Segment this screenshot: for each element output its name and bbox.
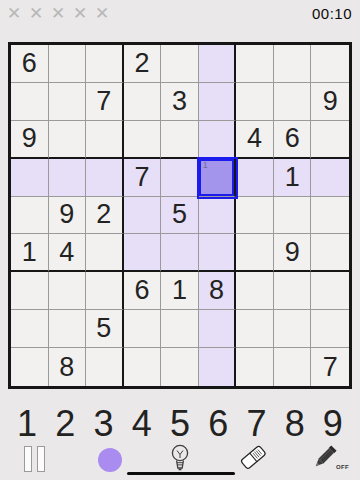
cell-r5c6[interactable] bbox=[199, 197, 237, 235]
cell-r2c3[interactable]: 7 bbox=[86, 83, 124, 121]
numpad-button-2[interactable]: 2 bbox=[46, 404, 84, 444]
numpad-button-8[interactable]: 8 bbox=[276, 404, 314, 444]
cell-value: 7 bbox=[323, 352, 338, 383]
cell-r2c7[interactable] bbox=[236, 83, 274, 121]
cell-r7c8[interactable] bbox=[274, 272, 312, 310]
cell-r3c5[interactable] bbox=[161, 121, 199, 159]
cell-r7c3[interactable] bbox=[86, 272, 124, 310]
cell-r5c1[interactable] bbox=[11, 197, 49, 235]
cell-r4c7[interactable] bbox=[236, 159, 274, 197]
mistake-x-icon: ✕ bbox=[51, 4, 65, 24]
number-pad: 123456789 bbox=[8, 404, 352, 444]
cell-r8c4[interactable] bbox=[124, 310, 162, 348]
cell-r6c1[interactable]: 1 bbox=[11, 234, 49, 272]
cell-r4c1[interactable] bbox=[11, 159, 49, 197]
cell-r2c2[interactable] bbox=[49, 83, 87, 121]
cell-r2c6[interactable] bbox=[199, 83, 237, 121]
cell-value: 5 bbox=[96, 313, 111, 344]
cell-value: 7 bbox=[134, 162, 149, 193]
cell-value: 4 bbox=[59, 237, 74, 268]
pencil-mark: 1 bbox=[203, 160, 208, 171]
cell-value: 6 bbox=[22, 48, 37, 79]
cell-r4c9[interactable] bbox=[311, 159, 349, 197]
cell-r6c7[interactable] bbox=[236, 234, 274, 272]
cell-r3c7[interactable]: 4 bbox=[236, 121, 274, 159]
cell-value: 9 bbox=[59, 199, 74, 230]
cell-value: 6 bbox=[285, 123, 300, 154]
cell-value: 1 bbox=[172, 275, 187, 306]
cell-r5c9[interactable] bbox=[311, 197, 349, 235]
cell-r9c9[interactable]: 7 bbox=[311, 348, 349, 386]
cell-r5c2[interactable]: 9 bbox=[49, 197, 87, 235]
cell-value: 8 bbox=[209, 275, 224, 306]
cell-r2c8[interactable] bbox=[274, 83, 312, 121]
cell-r4c3[interactable] bbox=[86, 159, 124, 197]
cell-r3c8[interactable]: 6 bbox=[274, 121, 312, 159]
app-screen: ✕✕✕✕✕ 00:10 62739946711925149618587 1234… bbox=[0, 0, 360, 480]
cell-r3c3[interactable] bbox=[86, 121, 124, 159]
cell-r9c2[interactable]: 8 bbox=[49, 348, 87, 386]
cell-value: 2 bbox=[134, 48, 149, 79]
cell-r9c7[interactable] bbox=[236, 348, 274, 386]
cell-r7c7[interactable] bbox=[236, 272, 274, 310]
cell-r9c5[interactable] bbox=[161, 348, 199, 386]
cell-r6c3[interactable] bbox=[86, 234, 124, 272]
cell-r4c8[interactable]: 1 bbox=[274, 159, 312, 197]
mistake-x-icon: ✕ bbox=[73, 4, 87, 24]
pause-icon bbox=[37, 446, 45, 472]
numpad-button-4[interactable]: 4 bbox=[123, 404, 161, 444]
cell-r2c4[interactable] bbox=[124, 83, 162, 121]
numpad-button-3[interactable]: 3 bbox=[84, 404, 122, 444]
cell-r6c2[interactable]: 4 bbox=[49, 234, 87, 272]
cell-r1c6[interactable] bbox=[199, 45, 237, 83]
mistake-marks: ✕✕✕✕✕ bbox=[7, 4, 109, 24]
cell-r8c9[interactable] bbox=[311, 310, 349, 348]
cell-r5c5[interactable]: 5 bbox=[161, 197, 199, 235]
cell-r7c2[interactable] bbox=[49, 272, 87, 310]
cell-r3c6[interactable] bbox=[199, 121, 237, 159]
purple-circle-icon[interactable] bbox=[98, 448, 122, 472]
cell-r6c8[interactable]: 9 bbox=[274, 234, 312, 272]
hint-button[interactable] bbox=[167, 443, 193, 474]
cell-r8c8[interactable] bbox=[274, 310, 312, 348]
cell-r9c4[interactable] bbox=[124, 348, 162, 386]
cell-r2c9[interactable]: 9 bbox=[311, 83, 349, 121]
cell-r6c6[interactable] bbox=[199, 234, 237, 272]
cell-r1c2[interactable] bbox=[49, 45, 87, 83]
pencil-state-label: OFF bbox=[336, 464, 349, 470]
cell-r1c3[interactable] bbox=[86, 45, 124, 83]
cell-r4c4[interactable]: 7 bbox=[124, 159, 162, 197]
cell-value: 6 bbox=[134, 275, 149, 306]
cell-value: 9 bbox=[285, 237, 300, 268]
cell-value: 7 bbox=[96, 86, 111, 117]
eraser-button[interactable] bbox=[238, 442, 268, 472]
lightbulb-icon bbox=[167, 443, 193, 474]
cell-r4c5[interactable] bbox=[161, 159, 199, 197]
cell-r5c7[interactable] bbox=[236, 197, 274, 235]
pause-icon bbox=[24, 446, 32, 472]
cell-value: 1 bbox=[22, 237, 37, 268]
cell-r9c6[interactable] bbox=[199, 348, 237, 386]
cell-r6c4[interactable] bbox=[124, 234, 162, 272]
cell-r1c4[interactable]: 2 bbox=[124, 45, 162, 83]
cell-r7c6[interactable]: 8 bbox=[199, 272, 237, 310]
cell-value: 8 bbox=[59, 352, 74, 383]
cell-r6c9[interactable] bbox=[311, 234, 349, 272]
mistake-x-icon: ✕ bbox=[7, 4, 21, 24]
cell-r8c3[interactable]: 5 bbox=[86, 310, 124, 348]
numpad-button-1[interactable]: 1 bbox=[8, 404, 46, 444]
cell-r7c4[interactable]: 6 bbox=[124, 272, 162, 310]
cell-r7c5[interactable]: 1 bbox=[161, 272, 199, 310]
numpad-button-6[interactable]: 6 bbox=[199, 404, 237, 444]
cell-r2c5[interactable]: 3 bbox=[161, 83, 199, 121]
sudoku-board[interactable]: 62739946711925149618587 bbox=[8, 42, 352, 389]
toolbar: OFF bbox=[0, 442, 360, 476]
mistake-x-icon: ✕ bbox=[95, 4, 109, 24]
cell-r5c3[interactable]: 2 bbox=[86, 197, 124, 235]
cell-r8c2[interactable] bbox=[49, 310, 87, 348]
cell-value: 9 bbox=[22, 123, 37, 154]
cell-r5c4[interactable] bbox=[124, 197, 162, 235]
cell-r9c1[interactable] bbox=[11, 348, 49, 386]
cell-r5c8[interactable] bbox=[274, 197, 312, 235]
numpad-button-5[interactable]: 5 bbox=[161, 404, 199, 444]
cell-r8c5[interactable] bbox=[161, 310, 199, 348]
cell-r8c7[interactable] bbox=[236, 310, 274, 348]
top-bar: ✕✕✕✕✕ 00:10 bbox=[0, 0, 360, 30]
cell-r3c1[interactable]: 9 bbox=[11, 121, 49, 159]
cell-value: 1 bbox=[285, 162, 300, 193]
cell-r1c5[interactable] bbox=[161, 45, 199, 83]
pause-button[interactable] bbox=[24, 446, 48, 472]
cell-value: 5 bbox=[172, 199, 187, 230]
cell-r7c1[interactable] bbox=[11, 272, 49, 310]
cell-r3c2[interactable] bbox=[49, 121, 87, 159]
cell-value: 4 bbox=[247, 123, 262, 154]
cell-r9c8[interactable] bbox=[274, 348, 312, 386]
numpad-button-7[interactable]: 7 bbox=[237, 404, 275, 444]
cell-r4c6[interactable]: 1 bbox=[199, 159, 237, 197]
cell-value: 2 bbox=[96, 199, 111, 230]
timer: 00:10 bbox=[312, 5, 352, 22]
cell-value: 9 bbox=[323, 86, 338, 117]
cell-r1c8[interactable] bbox=[274, 45, 312, 83]
cell-r3c9[interactable] bbox=[311, 121, 349, 159]
numpad-button-9[interactable]: 9 bbox=[314, 404, 352, 444]
cell-r8c6[interactable] bbox=[199, 310, 237, 348]
cell-value: 3 bbox=[172, 86, 187, 117]
cell-r1c9[interactable] bbox=[311, 45, 349, 83]
cell-r1c1[interactable]: 6 bbox=[11, 45, 49, 83]
cell-r6c5[interactable] bbox=[161, 234, 199, 272]
cell-r1c7[interactable] bbox=[236, 45, 274, 83]
mistake-x-icon: ✕ bbox=[29, 4, 43, 24]
cell-r3c4[interactable] bbox=[124, 121, 162, 159]
cell-r7c9[interactable] bbox=[311, 272, 349, 310]
home-indicator[interactable] bbox=[127, 472, 235, 475]
cell-r4c2[interactable] bbox=[49, 159, 87, 197]
cell-r9c3[interactable] bbox=[86, 348, 124, 386]
cell-r2c1[interactable] bbox=[11, 83, 49, 121]
cell-r8c1[interactable] bbox=[11, 310, 49, 348]
eraser-icon bbox=[238, 442, 268, 472]
